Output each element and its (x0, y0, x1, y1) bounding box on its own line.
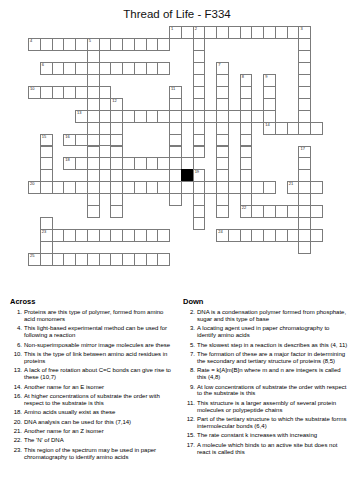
clue-item: 6.Non-superimposable mirror image molecu… (10, 342, 176, 349)
clue-number: 19 (195, 170, 199, 174)
clue-item-number: 10. (10, 351, 24, 365)
clue-item-text: Part of the tertiary structure to which … (197, 416, 348, 430)
clue-item-number: 13. (10, 367, 24, 381)
clue-number: 23 (42, 230, 46, 234)
clue-item: 11.This structure is a larger assembly o… (183, 400, 348, 414)
clue-item-number: 2. (183, 309, 197, 323)
grid-cell[interactable] (193, 146, 206, 159)
across-clues: Across 1.Proteins are this type of polym… (10, 297, 176, 463)
clue-number: 21 (289, 182, 293, 186)
clue-item-number: 6. (10, 342, 24, 349)
clue-item-number: 16. (10, 393, 24, 407)
clue-item-text: Rate = k[A]m[B]n where m and n are integ… (197, 367, 348, 381)
clue-item-number: 1. (10, 309, 24, 323)
down-list: 2.DNA is a condensation polymer formed f… (183, 309, 348, 456)
clue-item-number: 21. (10, 428, 24, 435)
clue-item: 5.The slowest step in a reaction is desc… (183, 342, 348, 349)
clue-item-number: 20. (10, 419, 24, 426)
clue-item-text: At low concentrations of substrate the o… (197, 384, 348, 398)
clue-item-number: 3. (183, 325, 197, 339)
clue-item: 18.Amino acids usually exist as these (10, 409, 176, 416)
clue-item: 4.This light-based experimental method c… (10, 325, 176, 339)
clue-item: 17.A molecule which binds to an active s… (183, 442, 348, 456)
crossword-page: Thread of Life - F334 123456789101112131… (0, 0, 354, 500)
clue-item-number: 8. (183, 367, 197, 381)
clue-item: 13.A lack of free rotation about C=C bon… (10, 367, 176, 381)
clue-item-number: 14. (10, 384, 24, 391)
clue-item-number: 7. (183, 351, 197, 365)
clue-item-text: The slowest step in a reaction is descri… (197, 342, 348, 349)
clue-item-text: The formation of these are a major facto… (197, 351, 348, 365)
clue-item-text: A lack of free rotation about C=C bonds … (24, 367, 176, 381)
clue-item: 7.The formation of these are a major fac… (183, 351, 348, 365)
grid-cell[interactable] (193, 217, 206, 230)
clue-number: 13 (77, 111, 81, 115)
clue-item: 21.Another name for an Z isomer (10, 428, 176, 435)
clue-item-number: 9. (183, 384, 197, 398)
clue-item-text: Another name for an E isomer (24, 384, 176, 391)
grid-cell[interactable] (169, 193, 182, 206)
grid-cell[interactable] (298, 241, 311, 254)
clue-item-text: Proteins are this type of polymer, forme… (24, 309, 176, 323)
clue-item-text: Non-superimposable mirror image molecule… (24, 342, 176, 349)
clue-number: 5 (89, 39, 91, 43)
clue-item-number: 18. (10, 409, 24, 416)
clue-item-number: 4. (10, 325, 24, 339)
clue-number: 17 (300, 147, 304, 151)
clue-item-text: The 'N' of DNA (24, 437, 176, 444)
clue-item: 15.The rate constant k increases with in… (183, 432, 348, 439)
clue-item-text: At higher concentrations of substrate th… (24, 393, 176, 407)
clue-item-text: This light-based experimental method can… (24, 325, 176, 339)
clue-number: 18 (65, 158, 69, 162)
clue-number: 3 (300, 27, 302, 31)
clue-item-text: Another name for an Z isomer (24, 428, 176, 435)
clue-number: 1 (171, 27, 173, 31)
clue-item: 1.Proteins are this type of polymer, for… (10, 309, 176, 323)
clue-item-number: 22. (10, 437, 24, 444)
clue-number: 22 (242, 206, 246, 210)
clue-item: 8.Rate = k[A]m[B]n where m and n are int… (183, 367, 348, 381)
clue-number: 15 (42, 135, 46, 139)
clue-item-text: This is the type of link between amino a… (24, 351, 176, 365)
down-header: Down (183, 297, 348, 306)
grid-cell[interactable] (157, 253, 170, 266)
clue-number: 12 (112, 99, 116, 103)
grid-cell[interactable] (157, 229, 170, 242)
grid-cell[interactable] (310, 229, 323, 242)
grid-cell[interactable] (157, 38, 170, 51)
clue-number: 11 (171, 87, 175, 91)
clue-item: 22.The 'N' of DNA (10, 437, 176, 444)
grid-cell[interactable] (157, 62, 170, 75)
clue-number: 16 (65, 135, 69, 139)
clue-item: 14.Another name for an E isomer (10, 384, 176, 391)
clue-number: 7 (218, 63, 220, 67)
clue-item-number: 12. (183, 416, 197, 430)
clue-item-number: 5. (183, 342, 197, 349)
clue-item-number: 23. (10, 447, 24, 461)
crossword-grid[interactable]: 1234567891011121314151617181920212223242… (28, 26, 324, 267)
clue-number: 20 (30, 182, 34, 186)
clue-item-text: This region of the spectrum may be used … (24, 447, 176, 461)
clue-number: 25 (30, 254, 34, 258)
clue-item-text: DNA is a condensation polymer formed fro… (197, 309, 348, 323)
grid-cell[interactable] (310, 205, 323, 218)
clue-item: 23.This region of the spectrum may be us… (10, 447, 176, 461)
clue-item: 10.This is the type of link between amin… (10, 351, 176, 365)
clue-item-text: The rate constant k increases with incre… (197, 432, 348, 439)
clue-item: 12.Part of the tertiary structure to whi… (183, 416, 348, 430)
clue-item: 2.DNA is a condensation polymer formed f… (183, 309, 348, 323)
grid-cell[interactable] (310, 122, 323, 135)
clue-number: 14 (265, 123, 269, 127)
clue-item-number: 17. (183, 442, 197, 456)
clue-number: 8 (242, 75, 244, 79)
clue-item: 3.A locating agent used in paper chromat… (183, 325, 348, 339)
clue-number: 9 (265, 75, 267, 79)
clue-item: 16.At higher concentrations of substrate… (10, 393, 176, 407)
clue-item-number: 15. (183, 432, 197, 439)
grid-cell[interactable] (310, 181, 323, 194)
grid-cell[interactable] (216, 205, 229, 218)
clue-item-text: Amino acids usually exist as these (24, 409, 176, 416)
clue-item-text: This structure is a larger assembly of s… (197, 400, 348, 414)
grid-cell[interactable] (87, 205, 100, 218)
across-header: Across (10, 297, 176, 306)
clue-item-text: A locating agent used in paper chromatog… (197, 325, 348, 339)
clue-number: 4 (30, 39, 32, 43)
clue-number: 6 (42, 63, 44, 67)
down-clues: Down 2.DNA is a condensation polymer for… (183, 297, 348, 458)
clue-item-text: DNA analysis can be used for this (7,14) (24, 419, 176, 426)
grid-cell[interactable] (263, 181, 276, 194)
clue-item: 9.At low concentrations of substrate the… (183, 384, 348, 398)
clue-item-number: 11. (183, 400, 197, 414)
across-list: 1.Proteins are this type of polymer, for… (10, 309, 176, 461)
clue-item-text: A molecule which binds to an active site… (197, 442, 348, 456)
clue-number: 10 (30, 87, 34, 91)
clue-number: 2 (195, 27, 197, 31)
grid-cell[interactable] (110, 205, 123, 218)
clue-number: 24 (218, 230, 222, 234)
page-title: Thread of Life - F334 (0, 8, 354, 20)
clue-item: 20.DNA analysis can be used for this (7,… (10, 419, 176, 426)
